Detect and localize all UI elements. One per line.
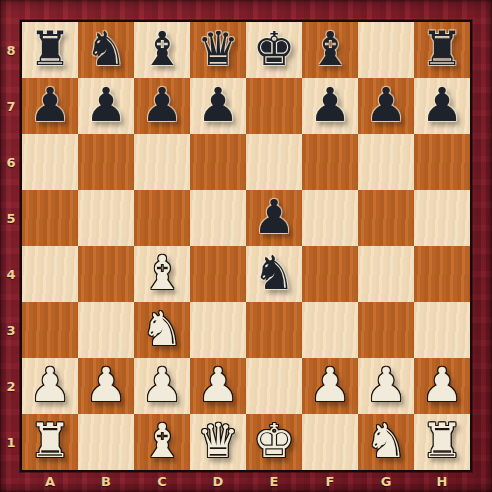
black-bishop[interactable]: ♝ [309,25,351,72]
square-g6[interactable] [358,134,414,190]
square-c8[interactable]: ♝ [134,22,190,78]
square-c1[interactable]: ♝ [134,414,190,470]
square-c7[interactable]: ♟ [134,78,190,134]
white-pawn[interactable]: ♟ [85,361,127,408]
black-pawn[interactable]: ♟ [309,81,351,128]
square-f2[interactable]: ♟ [302,358,358,414]
square-f7[interactable]: ♟ [302,78,358,134]
white-pawn[interactable]: ♟ [309,361,351,408]
square-a2[interactable]: ♟ [22,358,78,414]
square-h5[interactable] [414,190,470,246]
square-f6[interactable] [302,134,358,190]
square-e2[interactable] [246,358,302,414]
rank-label-8: 8 [0,22,22,78]
square-c4[interactable]: ♝ [134,246,190,302]
square-f5[interactable] [302,190,358,246]
square-f3[interactable] [302,302,358,358]
square-a3[interactable] [22,302,78,358]
black-knight[interactable]: ♞ [253,249,295,296]
square-d4[interactable] [190,246,246,302]
square-b4[interactable] [78,246,134,302]
rank-label-1: 1 [0,414,22,470]
square-b5[interactable] [78,190,134,246]
white-bishop[interactable]: ♝ [141,417,183,464]
white-pawn[interactable]: ♟ [421,361,463,408]
square-g5[interactable] [358,190,414,246]
square-c6[interactable] [134,134,190,190]
black-pawn[interactable]: ♟ [29,81,71,128]
board-frame: ♜♞♝♛♚♝♜♟♟♟♟♟♟♟♟♝♞♞♟♟♟♟♟♟♟♜♝♛♚♞♜ 87654321… [0,0,492,492]
rank-label-3: 3 [0,302,22,358]
square-c5[interactable] [134,190,190,246]
square-g3[interactable] [358,302,414,358]
white-rook[interactable]: ♜ [29,417,71,464]
square-f8[interactable]: ♝ [302,22,358,78]
square-e8[interactable]: ♚ [246,22,302,78]
rank-label-4: 4 [0,246,22,302]
white-pawn[interactable]: ♟ [141,361,183,408]
black-rook[interactable]: ♜ [29,25,71,72]
black-king[interactable]: ♚ [253,25,295,72]
square-b6[interactable] [78,134,134,190]
square-b2[interactable]: ♟ [78,358,134,414]
black-pawn[interactable]: ♟ [365,81,407,128]
square-c2[interactable]: ♟ [134,358,190,414]
file-label-a: A [22,470,78,492]
rank-label-6: 6 [0,134,22,190]
square-h8[interactable]: ♜ [414,22,470,78]
square-d7[interactable]: ♟ [190,78,246,134]
square-d3[interactable] [190,302,246,358]
file-label-h: H [414,470,470,492]
rank-label-5: 5 [0,190,22,246]
file-label-b: B [78,470,134,492]
square-a6[interactable] [22,134,78,190]
square-g8[interactable] [358,22,414,78]
black-pawn[interactable]: ♟ [197,81,239,128]
square-c3[interactable]: ♞ [134,302,190,358]
black-pawn[interactable]: ♟ [253,193,295,240]
square-h1[interactable]: ♜ [414,414,470,470]
white-queen[interactable]: ♛ [197,417,239,464]
white-pawn[interactable]: ♟ [197,361,239,408]
square-e1[interactable]: ♚ [246,414,302,470]
square-h7[interactable]: ♟ [414,78,470,134]
white-pawn[interactable]: ♟ [29,361,71,408]
square-a8[interactable]: ♜ [22,22,78,78]
square-a5[interactable] [22,190,78,246]
square-g2[interactable]: ♟ [358,358,414,414]
square-f4[interactable] [302,246,358,302]
square-e4[interactable]: ♞ [246,246,302,302]
white-rook[interactable]: ♜ [421,417,463,464]
file-label-g: G [358,470,414,492]
square-h3[interactable] [414,302,470,358]
white-knight[interactable]: ♞ [365,417,407,464]
black-pawn[interactable]: ♟ [421,81,463,128]
file-label-f: F [302,470,358,492]
white-pawn[interactable]: ♟ [365,361,407,408]
square-e5[interactable]: ♟ [246,190,302,246]
square-b8[interactable]: ♞ [78,22,134,78]
square-d6[interactable] [190,134,246,190]
square-f1[interactable] [302,414,358,470]
square-h6[interactable] [414,134,470,190]
square-g4[interactable] [358,246,414,302]
square-a7[interactable]: ♟ [22,78,78,134]
file-label-c: C [134,470,190,492]
black-knight[interactable]: ♞ [85,25,127,72]
rank-label-7: 7 [0,78,22,134]
square-a4[interactable] [22,246,78,302]
square-d5[interactable] [190,190,246,246]
black-pawn[interactable]: ♟ [85,81,127,128]
rank-label-2: 2 [0,358,22,414]
file-label-e: E [246,470,302,492]
square-d2[interactable]: ♟ [190,358,246,414]
black-rook[interactable]: ♜ [421,25,463,72]
square-b1[interactable] [78,414,134,470]
black-queen[interactable]: ♛ [197,25,239,72]
square-b3[interactable] [78,302,134,358]
square-e6[interactable] [246,134,302,190]
file-label-d: D [190,470,246,492]
square-e7[interactable] [246,78,302,134]
square-d1[interactable]: ♛ [190,414,246,470]
square-h4[interactable] [414,246,470,302]
square-e3[interactable] [246,302,302,358]
square-g1[interactable]: ♞ [358,414,414,470]
white-bishop[interactable]: ♝ [141,249,183,296]
square-d8[interactable]: ♛ [190,22,246,78]
square-h2[interactable]: ♟ [414,358,470,414]
square-b7[interactable]: ♟ [78,78,134,134]
white-knight[interactable]: ♞ [141,305,183,352]
black-pawn[interactable]: ♟ [141,81,183,128]
white-king[interactable]: ♚ [253,417,295,464]
black-bishop[interactable]: ♝ [141,25,183,72]
square-a1[interactable]: ♜ [22,414,78,470]
square-g7[interactable]: ♟ [358,78,414,134]
chess-board: ♜♞♝♛♚♝♜♟♟♟♟♟♟♟♟♝♞♞♟♟♟♟♟♟♟♜♝♛♚♞♜ [22,22,470,470]
